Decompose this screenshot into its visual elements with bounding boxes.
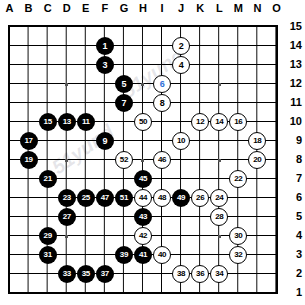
stone-move-number: 2: [179, 42, 184, 51]
stone-move-number: 10: [177, 137, 185, 145]
column-label-K: K: [190, 2, 210, 14]
stone-move-number: 28: [215, 213, 223, 221]
stone-17-black-B9[interactable]: 17: [20, 132, 38, 150]
stone-26-white-K6[interactable]: 26: [191, 189, 209, 207]
stone-move-number: 38: [177, 270, 185, 278]
stone-27-black-D5[interactable]: 27: [58, 208, 76, 226]
stone-25-black-E6[interactable]: 25: [77, 189, 95, 207]
column-label-G: G: [114, 2, 134, 14]
stone-move-number: 45: [139, 175, 147, 183]
stone-32-white-M3[interactable]: 32: [229, 246, 247, 264]
stone-move-number: 6: [160, 80, 165, 89]
stone-20-white-N8[interactable]: 20: [248, 151, 266, 169]
stone-move-number: 48: [158, 194, 166, 202]
stone-37-black-F2[interactable]: 37: [96, 265, 114, 283]
star-point-L12: [218, 83, 221, 86]
stone-7-black-G11[interactable]: 7: [115, 94, 133, 112]
stone-move-number: 13: [63, 118, 71, 126]
stone-move-number: 7: [122, 99, 127, 108]
stone-move-number: 35: [82, 270, 90, 278]
row-label-3: 3: [282, 248, 302, 260]
stone-move-number: 50: [139, 118, 147, 126]
row-label-13: 13: [282, 58, 302, 70]
stone-15-black-C10[interactable]: 15: [39, 113, 57, 131]
stone-move-number: 39: [120, 251, 128, 259]
stone-move-number: 41: [139, 251, 147, 259]
stone-3-black-F13[interactable]: 3: [96, 56, 114, 74]
column-label-H: H: [133, 2, 153, 14]
column-label-N: N: [247, 2, 267, 14]
stone-move-number: 3: [102, 61, 107, 70]
stone-31-black-C3[interactable]: 31: [39, 246, 57, 264]
stone-move-number: 33: [63, 270, 71, 278]
stone-move-number: 5: [122, 80, 127, 89]
stone-22-white-M7[interactable]: 22: [229, 170, 247, 188]
stone-14-white-L10[interactable]: 14: [210, 113, 228, 131]
stone-move-number: 34: [215, 270, 223, 278]
stone-move-number: 25: [82, 194, 90, 202]
stone-move-number: 27: [63, 213, 71, 221]
stone-move-number: 26: [196, 194, 204, 202]
stone-28-white-L5[interactable]: 28: [210, 208, 228, 226]
stone-move-number: 4: [179, 61, 184, 70]
stone-43-black-H5[interactable]: 43: [134, 208, 152, 226]
star-point-D4: [65, 235, 68, 238]
stone-move-number: 19: [25, 156, 33, 164]
stone-21-black-C7[interactable]: 21: [39, 170, 57, 188]
row-label-8: 8: [282, 153, 302, 165]
row-label-15: 15: [282, 20, 302, 32]
gomoku-move-diagram: 51yund 51yund 12345678910111213141516171…: [0, 0, 305, 305]
stone-44-white-H6[interactable]: 44: [134, 189, 152, 207]
stone-move-number: 17: [25, 137, 33, 145]
stone-move-number: 9: [102, 137, 107, 146]
column-label-A: A: [0, 2, 20, 14]
stone-move-number: 46: [158, 156, 166, 164]
row-label-5: 5: [282, 210, 302, 222]
stone-8-white-I11[interactable]: 8: [153, 94, 171, 112]
stone-move-number: 22: [234, 175, 242, 183]
stone-51-black-G6[interactable]: 51: [115, 189, 133, 207]
stone-move-number: 21: [44, 175, 52, 183]
row-label-1: 1: [282, 286, 302, 298]
row-label-10: 10: [282, 115, 302, 127]
column-label-I: I: [152, 2, 172, 14]
stone-19-black-B8[interactable]: 19: [20, 151, 38, 169]
stone-39-black-G3[interactable]: 39: [115, 246, 133, 264]
row-label-2: 2: [282, 267, 302, 279]
stone-6-white-I12[interactable]: 6: [153, 75, 171, 93]
stone-move-number: 52: [120, 156, 128, 164]
column-label-D: D: [57, 2, 77, 14]
row-label-11: 11: [282, 96, 302, 108]
column-label-C: C: [38, 2, 58, 14]
stone-move-number: 36: [196, 270, 204, 278]
stone-move-number: 43: [139, 213, 147, 221]
stone-move-number: 8: [160, 99, 165, 108]
row-label-4: 4: [282, 229, 302, 241]
stone-45-black-H7[interactable]: 45: [134, 170, 152, 188]
stone-1-black-F14[interactable]: 1: [96, 37, 114, 55]
star-point-D12: [65, 83, 68, 86]
column-label-O: O: [266, 2, 286, 14]
stone-34-white-L2[interactable]: 34: [210, 265, 228, 283]
stone-49-black-J6[interactable]: 49: [172, 189, 190, 207]
stone-move-number: 51: [120, 194, 128, 202]
stone-move-number: 14: [215, 118, 223, 126]
column-label-E: E: [76, 2, 96, 14]
stone-30-white-M4[interactable]: 30: [229, 227, 247, 245]
stone-46-white-I8[interactable]: 46: [153, 151, 171, 169]
stone-16-white-M10[interactable]: 16: [229, 113, 247, 131]
stone-move-number: 49: [177, 194, 185, 202]
stone-23-black-D6[interactable]: 23: [58, 189, 76, 207]
stone-9-black-F9[interactable]: 9: [96, 132, 114, 150]
row-label-7: 7: [282, 172, 302, 184]
stone-move-number: 31: [44, 251, 52, 259]
row-label-9: 9: [282, 134, 302, 146]
stone-35-black-E2[interactable]: 35: [77, 265, 95, 283]
column-label-J: J: [171, 2, 191, 14]
row-label-14: 14: [282, 39, 302, 51]
stone-move-number: 16: [234, 118, 242, 126]
stone-40-white-I3[interactable]: 40: [153, 246, 171, 264]
star-point-H12: [141, 83, 144, 86]
stone-move-number: 47: [101, 194, 109, 202]
stone-move-number: 1: [102, 42, 107, 51]
stone-52-white-G8[interactable]: 52: [115, 151, 133, 169]
stone-move-number: 20: [253, 156, 261, 164]
stone-36-white-K2[interactable]: 36: [191, 265, 209, 283]
stone-13-black-D10[interactable]: 13: [58, 113, 76, 131]
stone-47-black-F6[interactable]: 47: [96, 189, 114, 207]
stone-move-number: 24: [215, 194, 223, 202]
stone-38-white-J2[interactable]: 38: [172, 265, 190, 283]
stone-move-number: 15: [44, 118, 52, 126]
stone-move-number: 18: [253, 137, 261, 145]
stone-48-white-I6[interactable]: 48: [153, 189, 171, 207]
stone-41-black-H3[interactable]: 41: [134, 246, 152, 264]
stone-move-number: 32: [234, 251, 242, 259]
stone-24-white-L6[interactable]: 24: [210, 189, 228, 207]
stone-4-white-J13[interactable]: 4: [172, 56, 190, 74]
stone-move-number: 44: [139, 194, 147, 202]
stone-42-white-H4[interactable]: 42: [134, 227, 152, 245]
column-label-B: B: [19, 2, 39, 14]
stone-move-number: 42: [139, 232, 147, 240]
gomoku-board[interactable]: 1234567891011121314151617181920212223242…: [0, 18, 286, 303]
column-label-L: L: [209, 2, 229, 14]
stone-11-black-E10[interactable]: 11: [77, 113, 95, 131]
stone-move-number: 11: [82, 118, 90, 126]
stone-move-number: 30: [234, 232, 242, 240]
star-point-L8: [218, 159, 221, 162]
stone-33-black-D2[interactable]: 33: [58, 265, 76, 283]
stone-2-white-J14[interactable]: 2: [172, 37, 190, 55]
stone-move-number: 37: [101, 270, 109, 278]
stone-5-black-G12[interactable]: 5: [115, 75, 133, 93]
stone-10-white-J9[interactable]: 10: [172, 132, 190, 150]
stone-12-white-K10[interactable]: 12: [191, 113, 209, 131]
stone-move-number: 29: [44, 232, 52, 240]
stone-18-white-N9[interactable]: 18: [248, 132, 266, 150]
star-point-D8: [65, 159, 68, 162]
stone-29-black-C4[interactable]: 29: [39, 227, 57, 245]
stone-move-number: 40: [158, 251, 166, 259]
row-label-6: 6: [282, 191, 302, 203]
star-point-H8: [141, 159, 144, 162]
stone-move-number: 23: [63, 194, 71, 202]
column-label-M: M: [228, 2, 248, 14]
stone-50-white-H10[interactable]: 50: [134, 113, 152, 131]
row-label-12: 12: [282, 77, 302, 89]
stone-move-number: 12: [196, 118, 204, 126]
column-label-F: F: [95, 2, 115, 14]
star-point-L4: [218, 235, 221, 238]
